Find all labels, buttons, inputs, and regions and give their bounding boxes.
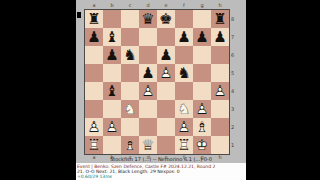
piece-black-pawn-b6: ♟ [103, 46, 121, 64]
square-e5: ♟♙ [157, 64, 175, 82]
square-c4 [121, 82, 139, 100]
square-e2 [157, 118, 175, 136]
square-b3 [103, 100, 121, 118]
piece-black-bishop-b7: ♝ [103, 28, 121, 46]
piece-black-knight-c6: ♞ [121, 46, 139, 64]
piece-white-pawn-b2: ♟♙ [103, 118, 121, 136]
square-c2 [121, 118, 139, 136]
square-f5: ♞ [175, 64, 193, 82]
square-d1: ♛♕ [139, 136, 157, 154]
square-d2 [139, 118, 157, 136]
piece-black-king-e8: ♚ [157, 10, 175, 28]
piece-black-pawn-a7: ♟ [85, 28, 103, 46]
square-b5 [103, 64, 121, 82]
square-f4 [175, 82, 193, 100]
rank-labels-right: 87654321 [230, 10, 235, 154]
file-labels-top: abcdefgh [85, 2, 229, 9]
square-c7 [121, 28, 139, 46]
piece-black-pawn-g7: ♟ [193, 28, 211, 46]
rank-label-3-right: 3 [230, 100, 235, 118]
piece-black-knight-f5: ♞ [175, 64, 193, 82]
square-h5 [211, 64, 229, 82]
square-a5 [85, 64, 103, 82]
piece-white-pawn-e5: ♟♙ [157, 64, 175, 82]
piece-white-pawn-d4: ♟♙ [139, 82, 157, 100]
square-g3: ♟♙ [193, 100, 211, 118]
square-f6 [175, 46, 193, 64]
square-b2: ♟♙ [103, 118, 121, 136]
piece-white-knight-c3: ♞♘ [121, 100, 139, 118]
file-label-f-top: f [175, 2, 193, 9]
piece-white-pawn-a2: ♟♙ [85, 118, 103, 136]
square-a4 [85, 82, 103, 100]
rank-label-8-right: 8 [230, 10, 235, 28]
square-d5: ♟ [139, 64, 157, 82]
piece-black-pawn-d5: ♟ [139, 64, 157, 82]
square-a6 [85, 46, 103, 64]
square-g6 [193, 46, 211, 64]
file-label-a-top: a [85, 2, 103, 9]
square-d6 [139, 46, 157, 64]
piece-white-pawn-g3: ♟♙ [193, 100, 211, 118]
file-label-d-top: d [139, 2, 157, 9]
square-c6: ♞ [121, 46, 139, 64]
square-b7: ♝ [103, 28, 121, 46]
square-b4: ♝ [103, 82, 121, 100]
piece-black-pawn-f7: ♟ [175, 28, 193, 46]
piece-black-pawn-h7: ♟ [211, 28, 229, 46]
piece-white-queen-d1: ♛♕ [139, 136, 157, 154]
rank-label-2-right: 2 [230, 118, 235, 136]
square-h2 [211, 118, 229, 136]
square-f1: ♜♖ [175, 136, 193, 154]
rank-label-1-right: 1 [230, 136, 235, 154]
piece-black-rook-h8: ♜ [211, 10, 229, 28]
video-frame: abcdefgh abcdefgh 87654321 ♜♛♚♜♟♝♟♟♟♟♞♟♟… [0, 0, 320, 180]
square-d4: ♟♙ [139, 82, 157, 100]
players-result-line: Stockfish 17 (...) -- Nemorino 6.1 (...)… [76, 156, 246, 162]
caption-box: Event | Benko: Szen Defence, Castle F# 2… [76, 163, 246, 180]
square-f8 [175, 10, 193, 28]
square-e4 [157, 82, 175, 100]
square-b1 [103, 136, 121, 154]
piece-white-king-g1: ♚♔ [193, 136, 211, 154]
square-e7 [157, 28, 175, 46]
piece-black-pawn-e6: ♟ [157, 46, 175, 64]
square-f3: ♞♘ [175, 100, 193, 118]
black-to-move-indicator [77, 12, 81, 18]
file-label-g-top: g [193, 2, 211, 9]
square-d7 [139, 28, 157, 46]
piece-black-bishop-b4: ♝ [103, 82, 121, 100]
piece-white-rook-f1: ♜♖ [175, 136, 193, 154]
square-a1: ♜♖ [85, 136, 103, 154]
square-e1 [157, 136, 175, 154]
square-h1 [211, 136, 229, 154]
square-g4 [193, 82, 211, 100]
file-label-c-top: c [121, 2, 139, 9]
piece-white-bishop-c1: ♝♗ [121, 136, 139, 154]
piece-white-knight-f3: ♞♘ [175, 100, 193, 118]
square-c5 [121, 64, 139, 82]
square-c3: ♞♘ [121, 100, 139, 118]
engine-eval-line: +0.60/29 13ms [77, 174, 112, 179]
square-g1: ♚♔ [193, 136, 211, 154]
square-f2: ♟♙ [175, 118, 193, 136]
square-h8: ♜ [211, 10, 229, 28]
square-b8 [103, 10, 121, 28]
piece-black-queen-d8: ♛ [139, 10, 157, 28]
square-h3 [211, 100, 229, 118]
square-a7: ♟ [85, 28, 103, 46]
square-a3 [85, 100, 103, 118]
square-b6: ♟ [103, 46, 121, 64]
square-a2: ♟♙ [85, 118, 103, 136]
square-c1: ♝♗ [121, 136, 139, 154]
square-g7: ♟ [193, 28, 211, 46]
square-d3 [139, 100, 157, 118]
piece-white-pawn-f2: ♟♙ [175, 118, 193, 136]
square-g5 [193, 64, 211, 82]
square-e6: ♟ [157, 46, 175, 64]
rank-label-7-right: 7 [230, 28, 235, 46]
rank-label-6-right: 6 [230, 46, 235, 64]
square-h4: ♟♙ [211, 82, 229, 100]
file-label-e-top: e [157, 2, 175, 9]
square-h7: ♟ [211, 28, 229, 46]
square-e8: ♚ [157, 10, 175, 28]
board: ♜♛♚♜♟♝♟♟♟♟♞♟♟♟♙♞♝♟♙♟♙♞♘♞♘♟♙♟♙♟♙♟♙♝♗♜♖♝♗♛… [85, 10, 229, 154]
file-label-b-top: b [103, 2, 121, 9]
square-d8: ♛ [139, 10, 157, 28]
file-label-h-top: h [211, 2, 229, 9]
rank-label-5-right: 5 [230, 64, 235, 82]
piece-black-rook-a8: ♜ [85, 10, 103, 28]
square-g8 [193, 10, 211, 28]
square-h6 [211, 46, 229, 64]
square-c8 [121, 10, 139, 28]
piece-white-pawn-h4: ♟♙ [211, 82, 229, 100]
square-g2: ♝♗ [193, 118, 211, 136]
piece-white-bishop-g2: ♝♗ [193, 118, 211, 136]
square-f7: ♟ [175, 28, 193, 46]
piece-white-rook-a1: ♜♖ [85, 136, 103, 154]
square-a8: ♜ [85, 10, 103, 28]
square-e3 [157, 100, 175, 118]
rank-label-4-right: 4 [230, 82, 235, 100]
